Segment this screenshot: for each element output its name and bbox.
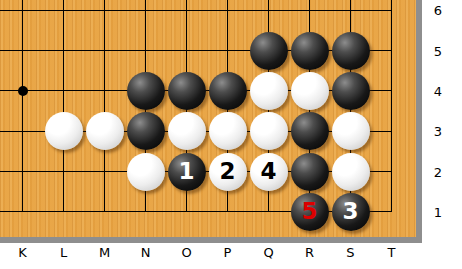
stone-white-R4[interactable] bbox=[291, 72, 329, 110]
stone-white-P2[interactable]: 2 bbox=[209, 153, 247, 191]
col-label-M: M bbox=[99, 246, 110, 259]
stone-white-S2[interactable] bbox=[332, 153, 370, 191]
stone-white-N2[interactable] bbox=[127, 153, 165, 191]
stone-white-Q2[interactable]: 4 bbox=[250, 153, 288, 191]
stone-white-Q4[interactable] bbox=[250, 72, 288, 110]
stone-black-S5[interactable] bbox=[332, 32, 370, 70]
move-number-5: 5 bbox=[301, 200, 317, 223]
board-rim-bottom bbox=[0, 237, 422, 243]
grid-line-col-K bbox=[22, 0, 23, 212]
stone-black-S1[interactable]: 3 bbox=[332, 193, 370, 231]
col-label-O: O bbox=[181, 246, 191, 259]
stone-white-P3[interactable] bbox=[209, 112, 247, 150]
row-label-5: 5 bbox=[422, 44, 454, 57]
stone-black-R5[interactable] bbox=[291, 32, 329, 70]
stone-black-P4[interactable] bbox=[209, 72, 247, 110]
row-label-4: 4 bbox=[422, 84, 454, 97]
move-number-2: 2 bbox=[219, 160, 235, 183]
go-board-diagram: 12453 KLMNOPQRST654321 bbox=[0, 0, 462, 269]
stone-white-S3[interactable] bbox=[332, 112, 370, 150]
move-number-3: 3 bbox=[342, 200, 358, 223]
grid-line-row-6 bbox=[0, 10, 392, 11]
row-label-1: 1 bbox=[422, 205, 454, 218]
stone-white-O3[interactable] bbox=[168, 112, 206, 150]
stone-white-L3[interactable] bbox=[45, 112, 83, 150]
stone-black-R3[interactable] bbox=[291, 112, 329, 150]
col-label-L: L bbox=[60, 246, 67, 259]
stone-black-S4[interactable] bbox=[332, 72, 370, 110]
stone-white-Q3[interactable] bbox=[250, 112, 288, 150]
stone-black-O2[interactable]: 1 bbox=[168, 153, 206, 191]
col-label-T: T bbox=[388, 246, 396, 259]
go-board[interactable]: 12453 bbox=[0, 0, 416, 237]
row-label-3: 3 bbox=[422, 125, 454, 138]
grid-line-col-L bbox=[63, 0, 64, 212]
col-label-N: N bbox=[141, 246, 151, 259]
move-number-1: 1 bbox=[178, 160, 194, 183]
stone-white-M3[interactable] bbox=[86, 112, 124, 150]
col-label-S: S bbox=[346, 246, 354, 259]
stone-black-N4[interactable] bbox=[127, 72, 165, 110]
col-label-R: R bbox=[305, 246, 314, 259]
stone-black-R2[interactable] bbox=[291, 153, 329, 191]
col-label-K: K bbox=[18, 246, 27, 259]
col-label-P: P bbox=[224, 246, 232, 259]
stone-black-O4[interactable] bbox=[168, 72, 206, 110]
row-label-6: 6 bbox=[422, 4, 454, 17]
stone-black-R1[interactable]: 5 bbox=[291, 193, 329, 231]
grid-line-col-T bbox=[391, 0, 392, 212]
col-label-Q: Q bbox=[263, 246, 273, 259]
stone-black-Q5[interactable] bbox=[250, 32, 288, 70]
star-point-K4 bbox=[18, 86, 28, 96]
grid-line-col-M bbox=[104, 0, 105, 212]
row-label-2: 2 bbox=[422, 165, 454, 178]
stone-black-N3[interactable] bbox=[127, 112, 165, 150]
move-number-4: 4 bbox=[260, 160, 276, 183]
